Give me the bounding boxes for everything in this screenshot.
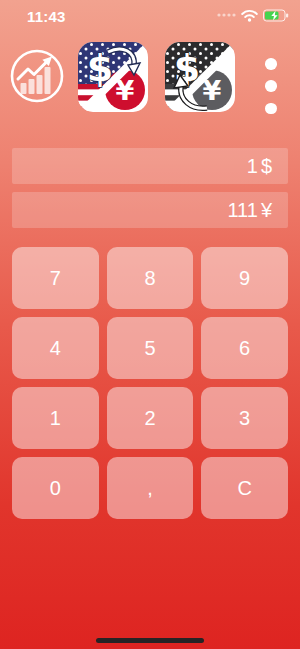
usd-currency-symbol: $: [261, 155, 272, 178]
trending-up-chart-icon: [9, 48, 65, 104]
signal-dots-icon: [217, 12, 236, 18]
key-5[interactable]: 5: [107, 317, 194, 379]
key-9[interactable]: 9: [201, 247, 288, 309]
key-4[interactable]: 4: [12, 317, 99, 379]
menu-dot: [265, 58, 277, 70]
cny-amount-value: 111: [227, 199, 257, 222]
key-comma[interactable]: ,: [107, 457, 194, 519]
usd-amount-field[interactable]: 1 $: [12, 148, 288, 184]
rates-chart-button[interactable]: [9, 48, 65, 104]
usd-amount-value: 1: [247, 155, 258, 178]
key-6[interactable]: 6: [201, 317, 288, 379]
menu-dot: [265, 80, 277, 92]
clock: 11:43: [27, 8, 66, 25]
usd-to-cny-app-icon[interactable]: $ ¥: [78, 42, 148, 112]
key-1[interactable]: 1: [12, 387, 99, 449]
yuan-symbol: ¥: [203, 75, 222, 106]
cny-currency-symbol: ¥: [261, 199, 272, 222]
cny-to-usd-app-icon[interactable]: $ ¥: [165, 42, 235, 112]
battery-charging-icon: [263, 9, 289, 22]
key-8[interactable]: 8: [107, 247, 194, 309]
home-indicator[interactable]: [96, 638, 204, 643]
keypad: 7 8 9 4 5 6 1 2 3 0 , C: [12, 247, 288, 519]
kebab-menu-icon[interactable]: [265, 58, 277, 114]
app-screen: 11:43: [0, 0, 300, 649]
yuan-symbol: ¥: [116, 75, 135, 106]
wifi-icon: [241, 9, 258, 22]
menu-dot: [265, 103, 277, 115]
key-3[interactable]: 3: [201, 387, 288, 449]
cny-amount-field[interactable]: 111 ¥: [12, 192, 288, 228]
status-icons: [217, 0, 289, 30]
key-2[interactable]: 2: [107, 387, 194, 449]
key-clear[interactable]: C: [201, 457, 288, 519]
key-0[interactable]: 0: [12, 457, 99, 519]
status-bar: 11:43: [0, 0, 300, 30]
key-7[interactable]: 7: [12, 247, 99, 309]
